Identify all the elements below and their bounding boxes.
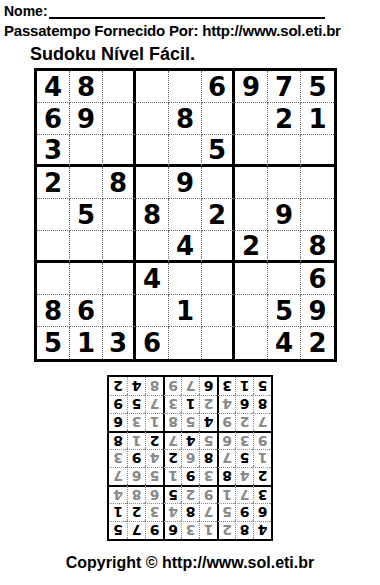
sudoku-cell[interactable] bbox=[268, 135, 301, 167]
sudoku-cell[interactable] bbox=[268, 263, 301, 295]
sudoku-cell: 6 bbox=[37, 103, 70, 135]
solution-cell: 8 bbox=[217, 467, 235, 485]
sudoku-cell[interactable] bbox=[235, 199, 268, 231]
solution-cell: 2 bbox=[163, 449, 181, 467]
sudoku-cell[interactable] bbox=[103, 135, 136, 167]
sudoku-cell[interactable] bbox=[202, 103, 235, 135]
solution-cell: 9 bbox=[217, 413, 235, 431]
sudoku-cell[interactable] bbox=[268, 167, 301, 199]
sudoku-cell[interactable] bbox=[301, 135, 334, 167]
solution-cell: 4 bbox=[217, 395, 235, 413]
solution-cell: 1 bbox=[127, 431, 145, 449]
solution-cell: 4 bbox=[181, 431, 199, 449]
sudoku-cell[interactable] bbox=[169, 135, 202, 167]
sudoku-cell[interactable] bbox=[169, 71, 202, 103]
sudoku-cell[interactable] bbox=[301, 199, 334, 231]
solution-cell: 1 bbox=[253, 449, 271, 467]
sudoku-cell: 6 bbox=[136, 327, 169, 359]
solution-cell: 2 bbox=[181, 485, 199, 503]
solution-cell: 8 bbox=[199, 449, 217, 467]
solution-cell: 9 bbox=[163, 377, 181, 395]
solution-cell: 5 bbox=[217, 503, 235, 521]
sudoku-cell[interactable] bbox=[235, 263, 268, 295]
sudoku-cell: 3 bbox=[103, 327, 136, 359]
sudoku-cell[interactable] bbox=[235, 103, 268, 135]
solution-cell: 9 bbox=[181, 467, 199, 485]
solution-cell: 1 bbox=[109, 503, 127, 521]
solution-cell: 2 bbox=[109, 377, 127, 395]
sudoku-cell[interactable] bbox=[103, 199, 136, 231]
solution-cell: 7 bbox=[217, 449, 235, 467]
solution-cell: 5 bbox=[235, 449, 253, 467]
sudoku-cell[interactable] bbox=[202, 327, 235, 359]
solution-cell: 5 bbox=[109, 521, 127, 539]
solution-cell: 6 bbox=[145, 485, 163, 503]
copyright-text: Copyright © http://www.sol.eti.br bbox=[4, 554, 376, 572]
sudoku-cell[interactable] bbox=[103, 231, 136, 263]
solution-cell: 4 bbox=[109, 485, 127, 503]
sudoku-cell: 2 bbox=[37, 167, 70, 199]
solution-cell: 1 bbox=[145, 413, 163, 431]
sudoku-cell: 5 bbox=[70, 199, 103, 231]
solution-cell: 1 bbox=[163, 467, 181, 485]
sudoku-cell: 8 bbox=[169, 103, 202, 135]
solution-cell: 7 bbox=[235, 485, 253, 503]
sudoku-cell[interactable] bbox=[136, 231, 169, 263]
solution-cell: 9 bbox=[109, 395, 127, 413]
solution-cell: 4 bbox=[127, 377, 145, 395]
sudoku-cell: 8 bbox=[37, 295, 70, 327]
solution-cell: 4 bbox=[145, 449, 163, 467]
solution-cell: 9 bbox=[145, 521, 163, 539]
solution-cell: 9 bbox=[127, 449, 145, 467]
sudoku-cell: 5 bbox=[268, 295, 301, 327]
solution-cell: 5 bbox=[145, 467, 163, 485]
sudoku-cell[interactable] bbox=[136, 103, 169, 135]
solution-grid-wrapper: 4821369756957843213719256842483915671578… bbox=[4, 375, 376, 541]
sudoku-cell[interactable] bbox=[70, 231, 103, 263]
solution-cell: 8 bbox=[235, 521, 253, 539]
sudoku-cell: 8 bbox=[301, 231, 334, 263]
sudoku-cell[interactable] bbox=[136, 135, 169, 167]
solution-cell: 3 bbox=[181, 521, 199, 539]
sudoku-cell: 9 bbox=[301, 295, 334, 327]
sudoku-cell[interactable] bbox=[202, 231, 235, 263]
solution-cell: 9 bbox=[235, 503, 253, 521]
sudoku-cell[interactable] bbox=[37, 231, 70, 263]
solution-cell: 6 bbox=[199, 377, 217, 395]
solution-cell: 1 bbox=[217, 485, 235, 503]
sudoku-cell: 6 bbox=[202, 71, 235, 103]
sudoku-cell[interactable] bbox=[169, 263, 202, 295]
sudoku-cell: 5 bbox=[301, 71, 334, 103]
sudoku-cell[interactable] bbox=[70, 135, 103, 167]
solution-cell: 4 bbox=[253, 521, 271, 539]
sudoku-cell: 2 bbox=[301, 327, 334, 359]
solution-cell: 2 bbox=[253, 467, 271, 485]
sudoku-cell: 8 bbox=[103, 167, 136, 199]
solution-cell: 4 bbox=[235, 467, 253, 485]
sudoku-cell[interactable] bbox=[202, 295, 235, 327]
solution-cell: 6 bbox=[181, 449, 199, 467]
sudoku-cell: 2 bbox=[235, 231, 268, 263]
solution-cell: 8 bbox=[181, 503, 199, 521]
sudoku-cell[interactable] bbox=[235, 295, 268, 327]
solution-cell: 5 bbox=[199, 431, 217, 449]
solution-cell: 1 bbox=[235, 377, 253, 395]
sudoku-cell: 9 bbox=[235, 71, 268, 103]
puzzle-grid: 486975698213528958294284686159513642 bbox=[34, 68, 337, 362]
sudoku-cell: 1 bbox=[169, 295, 202, 327]
sudoku-cell: 5 bbox=[37, 327, 70, 359]
worksheet-page: Nome: Passatempo Fornecido Por: http://w… bbox=[0, 0, 380, 572]
solution-cell: 4 bbox=[199, 413, 217, 431]
sudoku-cell: 6 bbox=[70, 295, 103, 327]
solution-cell: 7 bbox=[181, 377, 199, 395]
sudoku-cell[interactable] bbox=[70, 263, 103, 295]
sudoku-cell: 4 bbox=[136, 263, 169, 295]
solution-cell: 2 bbox=[217, 521, 235, 539]
sudoku-cell[interactable] bbox=[235, 135, 268, 167]
name-label: Nome: bbox=[4, 4, 48, 19]
solution-cell: 5 bbox=[163, 485, 181, 503]
solution-cell: 5 bbox=[127, 395, 145, 413]
solution-cell: 7 bbox=[109, 467, 127, 485]
solution-cell: 3 bbox=[109, 449, 127, 467]
solution-cell: 1 bbox=[199, 521, 217, 539]
solution-cell: 6 bbox=[253, 503, 271, 521]
sudoku-cell: 6 bbox=[301, 263, 334, 295]
name-blank-line bbox=[49, 3, 325, 19]
sudoku-cell[interactable] bbox=[136, 71, 169, 103]
solution-cell: 3 bbox=[217, 377, 235, 395]
solution-cell: 2 bbox=[199, 395, 217, 413]
solution-cell: 7 bbox=[163, 431, 181, 449]
sudoku-cell: 9 bbox=[169, 167, 202, 199]
solution-cell: 6 bbox=[127, 467, 145, 485]
sudoku-cell[interactable] bbox=[37, 199, 70, 231]
solution-cell: 3 bbox=[253, 485, 271, 503]
sudoku-cell[interactable] bbox=[136, 295, 169, 327]
sudoku-cell[interactable] bbox=[103, 71, 136, 103]
solution-cell: 3 bbox=[163, 395, 181, 413]
solution-cell: 6 bbox=[217, 431, 235, 449]
sudoku-cell: 8 bbox=[70, 71, 103, 103]
page-title: Sudoku Nível Fácil. bbox=[30, 44, 376, 65]
sudoku-cell: 7 bbox=[268, 71, 301, 103]
sudoku-cell[interactable] bbox=[103, 103, 136, 135]
solution-cell: 2 bbox=[235, 413, 253, 431]
sudoku-cell: 4 bbox=[37, 71, 70, 103]
sudoku-cell[interactable] bbox=[268, 231, 301, 263]
sudoku-cell[interactable] bbox=[169, 327, 202, 359]
solution-cell: 7 bbox=[253, 413, 271, 431]
solution-cell: 6 bbox=[235, 395, 253, 413]
solution-cell: 8 bbox=[163, 413, 181, 431]
solution-cell: 6 bbox=[163, 521, 181, 539]
sudoku-cell[interactable] bbox=[202, 263, 235, 295]
solution-cell: 3 bbox=[199, 467, 217, 485]
solution-grid: 4821369756957843213719256842483915671578… bbox=[107, 375, 273, 541]
solution-cell: 8 bbox=[127, 485, 145, 503]
solution-cell: 7 bbox=[145, 395, 163, 413]
solution-cell: 3 bbox=[235, 431, 253, 449]
sudoku-cell[interactable] bbox=[235, 327, 268, 359]
sudoku-cell: 4 bbox=[169, 231, 202, 263]
sudoku-cell[interactable] bbox=[37, 263, 70, 295]
solution-cell: 5 bbox=[253, 377, 271, 395]
solution-cell: 7 bbox=[199, 503, 217, 521]
sudoku-cell: 2 bbox=[202, 199, 235, 231]
sudoku-cell[interactable] bbox=[103, 295, 136, 327]
sudoku-cell: 3 bbox=[37, 135, 70, 167]
sudoku-cell[interactable] bbox=[70, 167, 103, 199]
solution-cell: 8 bbox=[145, 377, 163, 395]
sudoku-cell: 9 bbox=[268, 199, 301, 231]
sudoku-cell[interactable] bbox=[103, 263, 136, 295]
solution-cell: 9 bbox=[253, 431, 271, 449]
provider-line: Passatempo Fornecido Por: http://www.sol… bbox=[4, 22, 376, 39]
sudoku-cell: 9 bbox=[70, 103, 103, 135]
sudoku-cell: 5 bbox=[202, 135, 235, 167]
sudoku-cell: 2 bbox=[268, 103, 301, 135]
solution-cell: 8 bbox=[109, 431, 127, 449]
solution-cell: 3 bbox=[127, 413, 145, 431]
sudoku-cell[interactable] bbox=[235, 167, 268, 199]
sudoku-cell: 1 bbox=[301, 103, 334, 135]
sudoku-cell[interactable] bbox=[169, 199, 202, 231]
solution-cell: 7 bbox=[127, 521, 145, 539]
solution-cell: 2 bbox=[145, 431, 163, 449]
sudoku-cell: 4 bbox=[268, 327, 301, 359]
solution-cell: 1 bbox=[181, 395, 199, 413]
sudoku-cell: 8 bbox=[136, 199, 169, 231]
name-row: Nome: bbox=[4, 2, 376, 19]
solution-cell: 4 bbox=[163, 503, 181, 521]
solution-cell: 9 bbox=[199, 485, 217, 503]
sudoku-cell[interactable] bbox=[301, 167, 334, 199]
solution-cell: 2 bbox=[127, 503, 145, 521]
solution-cell: 8 bbox=[253, 395, 271, 413]
solution-cell: 3 bbox=[145, 503, 163, 521]
sudoku-cell[interactable] bbox=[202, 167, 235, 199]
solution-cell: 5 bbox=[181, 413, 199, 431]
sudoku-cell: 1 bbox=[70, 327, 103, 359]
sudoku-cell[interactable] bbox=[136, 167, 169, 199]
solution-cell: 6 bbox=[109, 413, 127, 431]
